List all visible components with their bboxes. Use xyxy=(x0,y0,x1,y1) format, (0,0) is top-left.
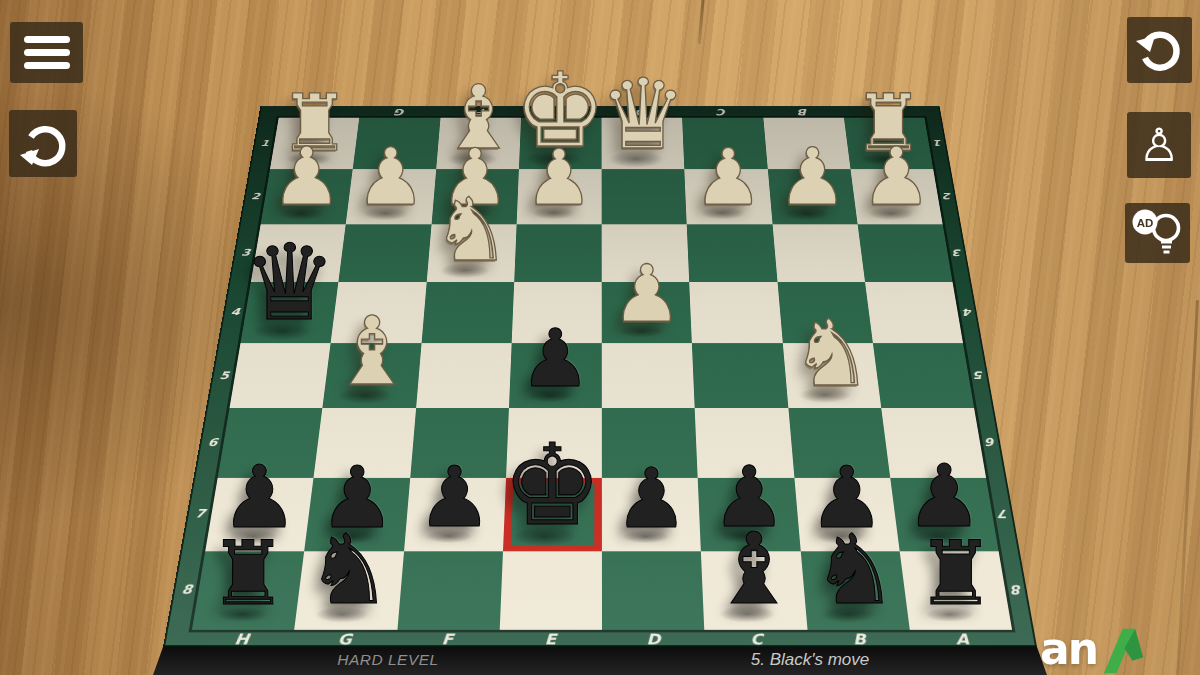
pawn-outline-icon: ♙ xyxy=(1138,122,1179,168)
square-b3[interactable] xyxy=(772,224,865,282)
file-label-f: F xyxy=(395,630,499,649)
square-a5[interactable] xyxy=(873,343,974,408)
file-label-a: A xyxy=(910,630,1016,649)
square-c5[interactable] xyxy=(692,343,788,408)
file-label-g: G xyxy=(292,630,397,649)
undo-button[interactable] xyxy=(1127,17,1192,83)
white-pawn-a2[interactable]: ♟ xyxy=(861,137,932,217)
file-label-b: B xyxy=(762,107,844,118)
black-queen-h4[interactable]: ♛ xyxy=(242,230,336,335)
square-e3[interactable] xyxy=(514,224,602,282)
black-rook-a8[interactable]: ♜ xyxy=(916,530,995,618)
file-label-e: E xyxy=(499,630,602,649)
square-a3[interactable] xyxy=(857,224,952,282)
white-bishop-g5[interactable]: ♝ xyxy=(329,304,414,399)
black-pawn-e5[interactable]: ♟ xyxy=(519,319,591,399)
file-labels-bottom: HGFEDCBA xyxy=(189,630,1016,649)
watermark: an xyxy=(1040,626,1145,675)
square-g3[interactable] xyxy=(339,224,432,282)
piece-style-button[interactable]: ♙ xyxy=(1127,112,1191,178)
black-knight-g8[interactable]: ♞ xyxy=(306,522,392,618)
white-pawn-g2[interactable]: ♟ xyxy=(356,138,426,217)
menu-button[interactable] xyxy=(10,22,83,83)
file-label-b: B xyxy=(807,630,912,649)
black-rook-h8[interactable]: ♜ xyxy=(209,530,288,618)
square-f4[interactable] xyxy=(421,282,514,343)
board-front-face: HARD LEVEL 5. Black's move xyxy=(150,647,1050,675)
move-status-label: 5. Black's move xyxy=(751,650,870,670)
lightbulb-icon: AD xyxy=(1129,207,1187,259)
file-label-g: G xyxy=(359,107,441,118)
square-f8[interactable] xyxy=(397,551,503,630)
restart-button[interactable] xyxy=(9,110,77,177)
file-label-d: D xyxy=(602,630,705,649)
hint-ad-button[interactable]: AD xyxy=(1125,203,1190,263)
black-knight-b8[interactable]: ♞ xyxy=(812,522,898,618)
watermark-green-arrow-icon xyxy=(1095,626,1145,675)
white-pawn-b2[interactable]: ♟ xyxy=(777,138,848,217)
black-pawn-f7[interactable]: ♟ xyxy=(417,456,492,540)
square-c3[interactable] xyxy=(687,224,777,282)
file-label-c: C xyxy=(705,630,809,649)
black-pawn-d7[interactable]: ♟ xyxy=(615,457,689,539)
square-d5[interactable] xyxy=(602,343,695,408)
ad-badge-text: AD xyxy=(1136,217,1153,229)
square-d2[interactable] xyxy=(602,169,687,224)
square-c4[interactable] xyxy=(689,282,782,343)
white-knight-f3[interactable]: ♞ xyxy=(432,187,510,274)
square-f5[interactable] xyxy=(416,343,512,408)
difficulty-label: HARD LEVEL xyxy=(337,651,438,669)
watermark-text: an xyxy=(1040,626,1097,672)
black-bishop-c8[interactable]: ♝ xyxy=(710,520,798,618)
wood-plank-seam xyxy=(698,0,706,44)
game-screen: HGFEDCBA HGFEDCBA 12345678 12345678 HARD… xyxy=(0,0,1200,675)
restart-arrow-icon xyxy=(17,118,69,170)
white-pawn-d4[interactable]: ♟ xyxy=(612,255,683,334)
wood-plank-seam xyxy=(1176,300,1199,675)
square-d8[interactable] xyxy=(602,551,705,630)
black-king-e7[interactable]: ♚ xyxy=(502,429,602,541)
square-a4[interactable] xyxy=(865,282,963,343)
square-h5[interactable] xyxy=(229,343,330,408)
file-label-h: H xyxy=(189,630,295,649)
hamburger-icon xyxy=(24,32,70,72)
square-e8[interactable] xyxy=(499,551,602,630)
white-pawn-h2[interactable]: ♟ xyxy=(271,137,342,217)
undo-arrow-icon xyxy=(1135,25,1185,75)
white-queen-d1[interactable]: ♛ xyxy=(599,66,686,163)
white-pawn-e2[interactable]: ♟ xyxy=(525,140,594,217)
white-knight-b5[interactable]: ♞ xyxy=(791,308,873,399)
file-label-c: C xyxy=(682,107,763,118)
white-pawn-c2[interactable]: ♟ xyxy=(694,139,764,217)
